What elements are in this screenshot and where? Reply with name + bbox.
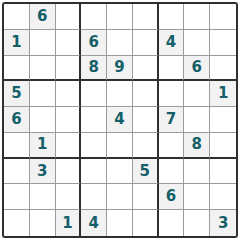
cell-r6c4[interactable]: [81, 133, 107, 159]
cell-r4c2[interactable]: [30, 81, 56, 107]
cell-r3c2[interactable]: [30, 56, 56, 82]
cell-r8c1[interactable]: [4, 184, 30, 210]
cell-r6c6[interactable]: [133, 133, 159, 159]
cell-r2c9[interactable]: [210, 30, 236, 56]
cell-r7c3[interactable]: [56, 159, 82, 185]
cell-r5c7[interactable]: 7: [159, 107, 185, 133]
cell-r3c1[interactable]: [4, 56, 30, 82]
cell-r6c9[interactable]: [210, 133, 236, 159]
cell-r8c4[interactable]: [81, 184, 107, 210]
cell-r3c9[interactable]: [210, 56, 236, 82]
cell-r4c4[interactable]: [81, 81, 107, 107]
cell-r3c7[interactable]: [159, 56, 185, 82]
cell-r6c8[interactable]: 8: [184, 133, 210, 159]
cell-r6c3[interactable]: [56, 133, 82, 159]
cell-r7c8[interactable]: [184, 159, 210, 185]
cell-r1c2[interactable]: 6: [30, 4, 56, 30]
cell-r7c9[interactable]: [210, 159, 236, 185]
cell-r8c3[interactable]: [56, 184, 82, 210]
cell-r1c5[interactable]: [107, 4, 133, 30]
cell-r4c9[interactable]: 1: [210, 81, 236, 107]
cell-r3c6[interactable]: [133, 56, 159, 82]
cell-r4c7[interactable]: [159, 81, 185, 107]
cell-r4c5[interactable]: [107, 81, 133, 107]
cell-r5c8[interactable]: [184, 107, 210, 133]
cell-r6c2[interactable]: 1: [30, 133, 56, 159]
cell-r8c7[interactable]: 6: [159, 184, 185, 210]
cell-r9c6[interactable]: [133, 210, 159, 236]
sudoku-board: 61648965164718356143: [2, 2, 238, 238]
cell-r9c7[interactable]: [159, 210, 185, 236]
cell-r5c3[interactable]: [56, 107, 82, 133]
cell-r7c6[interactable]: 5: [133, 159, 159, 185]
cell-r3c8[interactable]: 6: [184, 56, 210, 82]
cell-r1c4[interactable]: [81, 4, 107, 30]
cell-r5c1[interactable]: 6: [4, 107, 30, 133]
cell-r1c8[interactable]: [184, 4, 210, 30]
cell-r2c8[interactable]: [184, 30, 210, 56]
cell-r4c3[interactable]: [56, 81, 82, 107]
sudoku-widget: 61648965164718356143: [0, 0, 240, 240]
cell-r7c7[interactable]: [159, 159, 185, 185]
cell-r3c5[interactable]: 9: [107, 56, 133, 82]
cell-r9c2[interactable]: [30, 210, 56, 236]
cell-r8c2[interactable]: [30, 184, 56, 210]
cell-r9c4[interactable]: 4: [81, 210, 107, 236]
cell-r1c6[interactable]: [133, 4, 159, 30]
cell-r6c5[interactable]: [107, 133, 133, 159]
cell-r5c9[interactable]: [210, 107, 236, 133]
cell-r8c9[interactable]: [210, 184, 236, 210]
cell-r9c1[interactable]: [4, 210, 30, 236]
cell-r2c3[interactable]: [56, 30, 82, 56]
cell-r2c2[interactable]: [30, 30, 56, 56]
cell-r1c3[interactable]: [56, 4, 82, 30]
cell-r3c4[interactable]: 8: [81, 56, 107, 82]
cell-r2c1[interactable]: 1: [4, 30, 30, 56]
cell-r1c7[interactable]: [159, 4, 185, 30]
cell-r9c5[interactable]: [107, 210, 133, 236]
cell-r6c1[interactable]: [4, 133, 30, 159]
cell-r3c3[interactable]: [56, 56, 82, 82]
cell-r7c2[interactable]: 3: [30, 159, 56, 185]
cell-r2c6[interactable]: [133, 30, 159, 56]
cell-r8c6[interactable]: [133, 184, 159, 210]
cell-r9c3[interactable]: 1: [56, 210, 82, 236]
cell-r5c5[interactable]: 4: [107, 107, 133, 133]
cell-r2c4[interactable]: 6: [81, 30, 107, 56]
cell-r2c5[interactable]: [107, 30, 133, 56]
cell-r7c1[interactable]: [4, 159, 30, 185]
cell-r7c5[interactable]: [107, 159, 133, 185]
cell-r1c9[interactable]: [210, 4, 236, 30]
cell-r5c6[interactable]: [133, 107, 159, 133]
cell-r1c1[interactable]: [4, 4, 30, 30]
cell-r7c4[interactable]: [81, 159, 107, 185]
cell-r5c2[interactable]: [30, 107, 56, 133]
cell-r6c7[interactable]: [159, 133, 185, 159]
cell-r9c9[interactable]: 3: [210, 210, 236, 236]
cell-r5c4[interactable]: [81, 107, 107, 133]
cell-r4c1[interactable]: 5: [4, 81, 30, 107]
cell-r9c8[interactable]: [184, 210, 210, 236]
cell-r2c7[interactable]: 4: [159, 30, 185, 56]
cell-r8c8[interactable]: [184, 184, 210, 210]
cell-r4c6[interactable]: [133, 81, 159, 107]
cell-r4c8[interactable]: [184, 81, 210, 107]
cell-r8c5[interactable]: [107, 184, 133, 210]
